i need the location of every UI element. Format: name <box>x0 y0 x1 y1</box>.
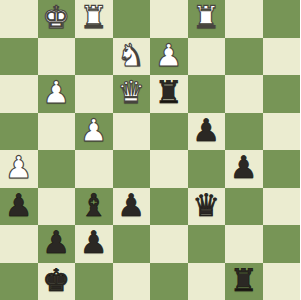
piece-black-pawn[interactable]: ♟ <box>230 152 258 183</box>
piece-black-pawn[interactable]: ♟ <box>5 190 33 221</box>
piece-black-bishop[interactable]: ♝ <box>80 190 108 221</box>
square-a4[interactable]: ♟ <box>0 150 38 188</box>
square-a1[interactable] <box>0 263 38 300</box>
square-h3[interactable] <box>263 188 301 226</box>
square-a2[interactable] <box>0 225 38 263</box>
square-c3[interactable]: ♝ <box>75 188 113 226</box>
square-f6[interactable] <box>188 75 226 113</box>
square-h6[interactable] <box>263 75 301 113</box>
square-a6[interactable] <box>0 75 38 113</box>
square-g5[interactable] <box>225 113 263 151</box>
piece-white-knight[interactable]: ♞ <box>117 40 145 71</box>
square-e6[interactable]: ♜ <box>150 75 188 113</box>
square-b7[interactable] <box>38 38 76 76</box>
square-b6[interactable]: ♟ <box>38 75 76 113</box>
piece-black-pawn[interactable]: ♟ <box>192 115 220 146</box>
square-b5[interactable] <box>38 113 76 151</box>
square-h2[interactable] <box>263 225 301 263</box>
square-e8[interactable] <box>150 0 188 38</box>
piece-white-pawn[interactable]: ♟ <box>155 40 183 71</box>
square-h7[interactable] <box>263 38 301 76</box>
chess-board: ♚♜♜♞♟♟♛♜♟♟♟♟♟♝♟♛♟♟♚♜ <box>0 0 300 300</box>
square-h4[interactable] <box>263 150 301 188</box>
square-a3[interactable]: ♟ <box>0 188 38 226</box>
piece-white-king[interactable]: ♚ <box>42 2 70 33</box>
square-c7[interactable] <box>75 38 113 76</box>
square-f3[interactable]: ♛ <box>188 188 226 226</box>
square-e5[interactable] <box>150 113 188 151</box>
square-f4[interactable] <box>188 150 226 188</box>
square-b1[interactable]: ♚ <box>38 263 76 300</box>
square-g6[interactable] <box>225 75 263 113</box>
piece-black-pawn[interactable]: ♟ <box>80 227 108 258</box>
square-f2[interactable] <box>188 225 226 263</box>
square-a8[interactable] <box>0 0 38 38</box>
square-a7[interactable] <box>0 38 38 76</box>
square-b8[interactable]: ♚ <box>38 0 76 38</box>
square-d5[interactable] <box>113 113 151 151</box>
piece-black-rook[interactable]: ♜ <box>230 265 258 296</box>
square-e7[interactable]: ♟ <box>150 38 188 76</box>
square-c5[interactable]: ♟ <box>75 113 113 151</box>
piece-black-queen[interactable]: ♛ <box>192 190 220 221</box>
square-c8[interactable]: ♜ <box>75 0 113 38</box>
square-d2[interactable] <box>113 225 151 263</box>
square-h1[interactable] <box>263 263 301 300</box>
piece-white-pawn[interactable]: ♟ <box>5 152 33 183</box>
square-c6[interactable] <box>75 75 113 113</box>
square-g2[interactable] <box>225 225 263 263</box>
square-h8[interactable] <box>263 0 301 38</box>
square-d1[interactable] <box>113 263 151 300</box>
square-d8[interactable] <box>113 0 151 38</box>
square-e3[interactable] <box>150 188 188 226</box>
square-d7[interactable]: ♞ <box>113 38 151 76</box>
piece-black-king[interactable]: ♚ <box>42 265 70 296</box>
piece-white-rook[interactable]: ♜ <box>192 2 220 33</box>
square-e2[interactable] <box>150 225 188 263</box>
square-f1[interactable] <box>188 263 226 300</box>
square-c2[interactable]: ♟ <box>75 225 113 263</box>
piece-white-queen[interactable]: ♛ <box>117 77 145 108</box>
square-g1[interactable]: ♜ <box>225 263 263 300</box>
square-b3[interactable] <box>38 188 76 226</box>
square-h5[interactable] <box>263 113 301 151</box>
square-d3[interactable]: ♟ <box>113 188 151 226</box>
square-d6[interactable]: ♛ <box>113 75 151 113</box>
square-c1[interactable] <box>75 263 113 300</box>
piece-white-pawn[interactable]: ♟ <box>80 115 108 146</box>
piece-black-rook[interactable]: ♜ <box>155 77 183 108</box>
square-g7[interactable] <box>225 38 263 76</box>
piece-black-pawn[interactable]: ♟ <box>117 190 145 221</box>
square-f7[interactable] <box>188 38 226 76</box>
square-a5[interactable] <box>0 113 38 151</box>
square-g8[interactable] <box>225 0 263 38</box>
piece-white-pawn[interactable]: ♟ <box>42 77 70 108</box>
square-e4[interactable] <box>150 150 188 188</box>
square-f5[interactable]: ♟ <box>188 113 226 151</box>
square-g4[interactable]: ♟ <box>225 150 263 188</box>
piece-white-rook[interactable]: ♜ <box>80 2 108 33</box>
square-f8[interactable]: ♜ <box>188 0 226 38</box>
square-b4[interactable] <box>38 150 76 188</box>
square-g3[interactable] <box>225 188 263 226</box>
square-e1[interactable] <box>150 263 188 300</box>
square-b2[interactable]: ♟ <box>38 225 76 263</box>
square-d4[interactable] <box>113 150 151 188</box>
square-c4[interactable] <box>75 150 113 188</box>
piece-black-pawn[interactable]: ♟ <box>42 227 70 258</box>
